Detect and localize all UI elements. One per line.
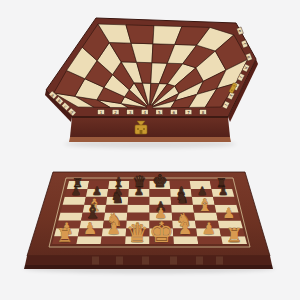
board-square <box>63 197 86 205</box>
coordinate-label: 6 <box>173 110 176 115</box>
piece-white-king: ♚ <box>149 216 174 249</box>
piece-white-pawn: ♟ <box>222 205 235 221</box>
coordinate-chip: 4 <box>141 110 148 115</box>
piece-black-knight: ♞ <box>175 189 188 207</box>
piece-black-pawn: ♟ <box>71 184 81 198</box>
box-base-strip <box>69 137 231 142</box>
piece-white-pawn: ♟ <box>178 219 192 238</box>
three-player-board-box: 12345678abcdefghijkl <box>45 18 258 148</box>
piece-white-pawn: ♟ <box>83 219 97 238</box>
coordinate-label: 8 <box>202 110 205 115</box>
coordinate-label: 7 <box>187 110 190 115</box>
piece-black-king: ♚ <box>152 171 168 191</box>
piece-white-queen: ♛ <box>126 218 149 248</box>
piece-black-knight: ♞ <box>110 189 123 207</box>
piece-black-pawn: ♟ <box>134 184 144 198</box>
board-square <box>213 197 236 205</box>
piece-black-pawn: ♟ <box>218 184 228 198</box>
coordinate-chip: 3 <box>127 110 134 115</box>
coordinate-label: 5 <box>158 110 161 115</box>
coordinate-label: 4 <box>143 110 146 115</box>
board-square <box>127 205 149 213</box>
coordinate-chip: 7 <box>185 110 192 115</box>
box-front-face <box>70 117 230 137</box>
coordinate-chip: 5 <box>156 110 163 115</box>
chess-sets-render: ♜♝♛♚♜♟♟♟♟♟♟♟♞♞♝♟♝♝♟♟♞♞♟♟♟♟♟♟♜♛♚♜12345678… <box>0 0 300 300</box>
coordinate-chip: 2 <box>112 110 119 115</box>
board-square <box>128 197 150 205</box>
coordinate-chip: 1 <box>98 110 105 115</box>
coordinate-label: 2 <box>114 110 117 115</box>
board-square <box>61 205 85 213</box>
piece-white-bishop: ♝ <box>197 195 212 215</box>
piece-white-pawn: ♟ <box>202 219 216 238</box>
coordinate-chip: 8 <box>200 110 207 115</box>
piece-white-rook: ♜ <box>56 224 73 246</box>
board-base-edge <box>24 265 273 269</box>
product-render-scene: ♜♝♛♚♜♟♟♟♟♟♟♟♞♞♝♟♝♝♟♟♞♞♟♟♟♟♟♟♜♛♚♜12345678… <box>0 0 300 300</box>
coordinate-label: 1 <box>100 110 103 115</box>
piece-white-rook: ♜ <box>226 224 243 246</box>
coordinate-label: 3 <box>129 110 132 115</box>
coordinate-chip: 6 <box>170 110 177 115</box>
piece-white-pawn: ♟ <box>107 219 121 238</box>
